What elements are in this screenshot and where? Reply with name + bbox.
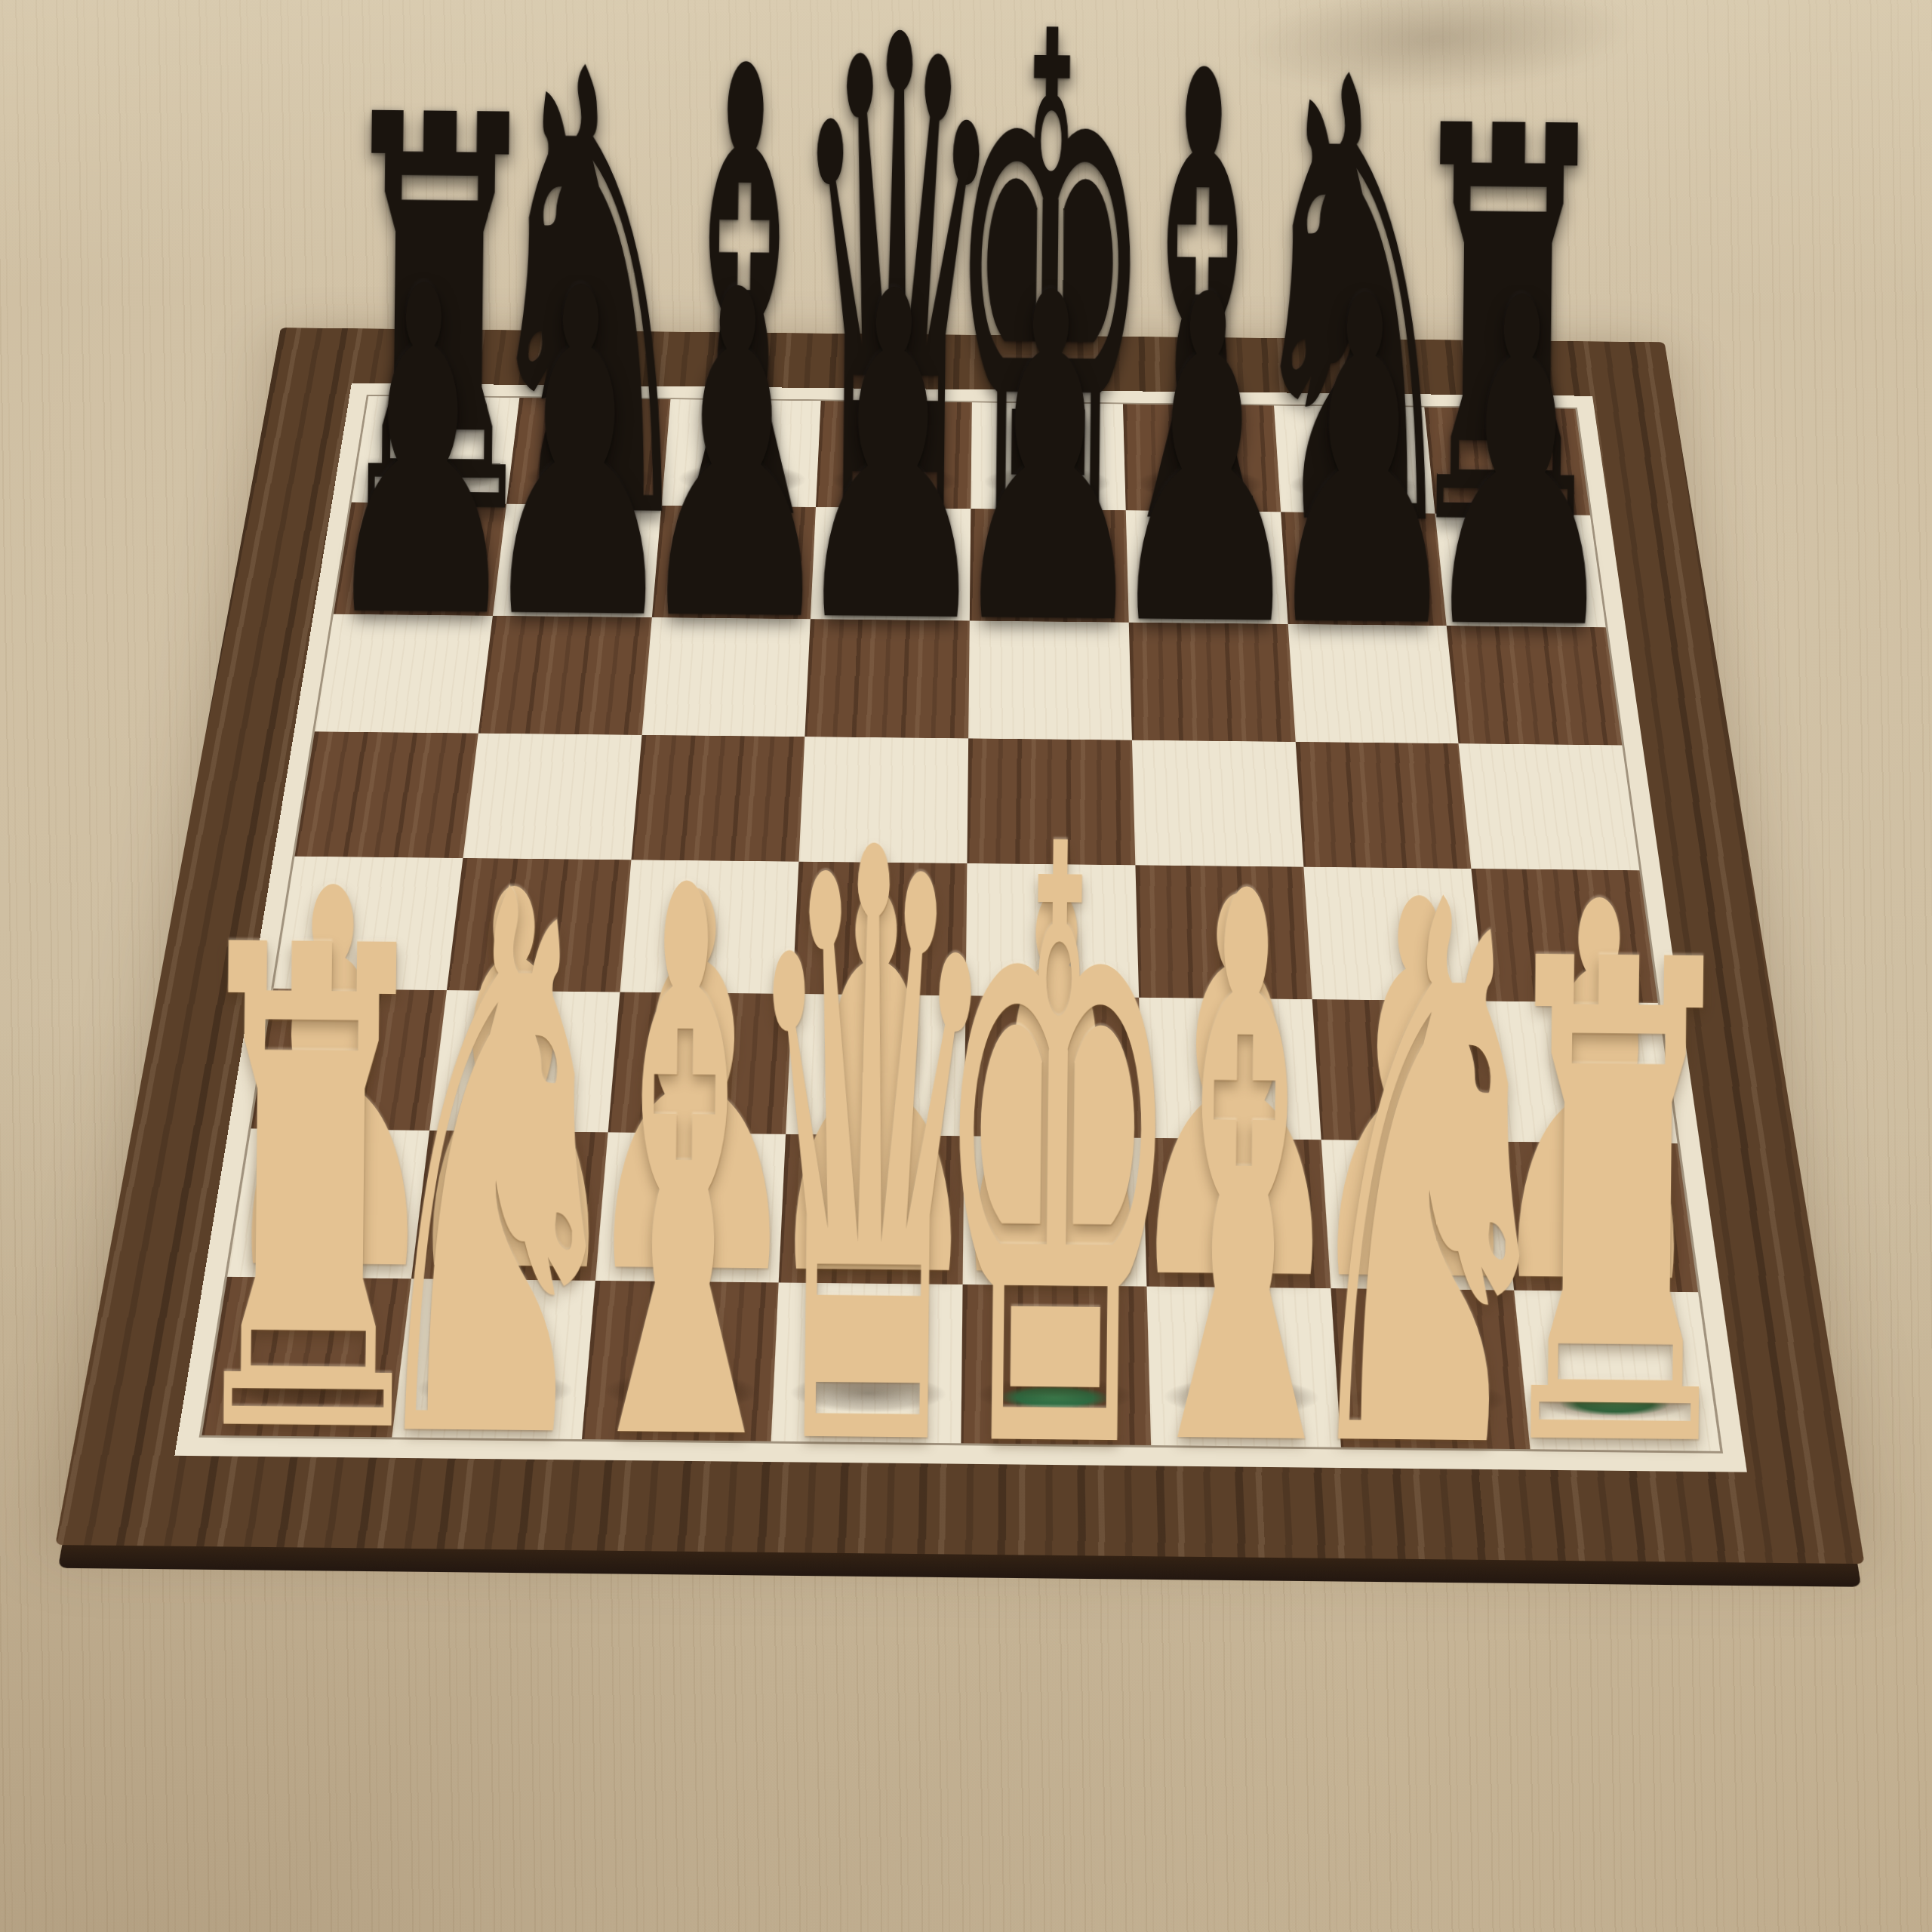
piece-white-rook-h1[interactable]: ♜ xyxy=(1464,876,1769,1542)
photo-scene: ♜♞♝♛♚♝♞♜♟♟♟♟♟♟♟♟♟♟♟♟♟♟♟♟♜♞♝♛♚♝♞♜ xyxy=(0,0,1932,1932)
piece-black-pawn-h7[interactable]: ♟ xyxy=(1405,240,1635,693)
